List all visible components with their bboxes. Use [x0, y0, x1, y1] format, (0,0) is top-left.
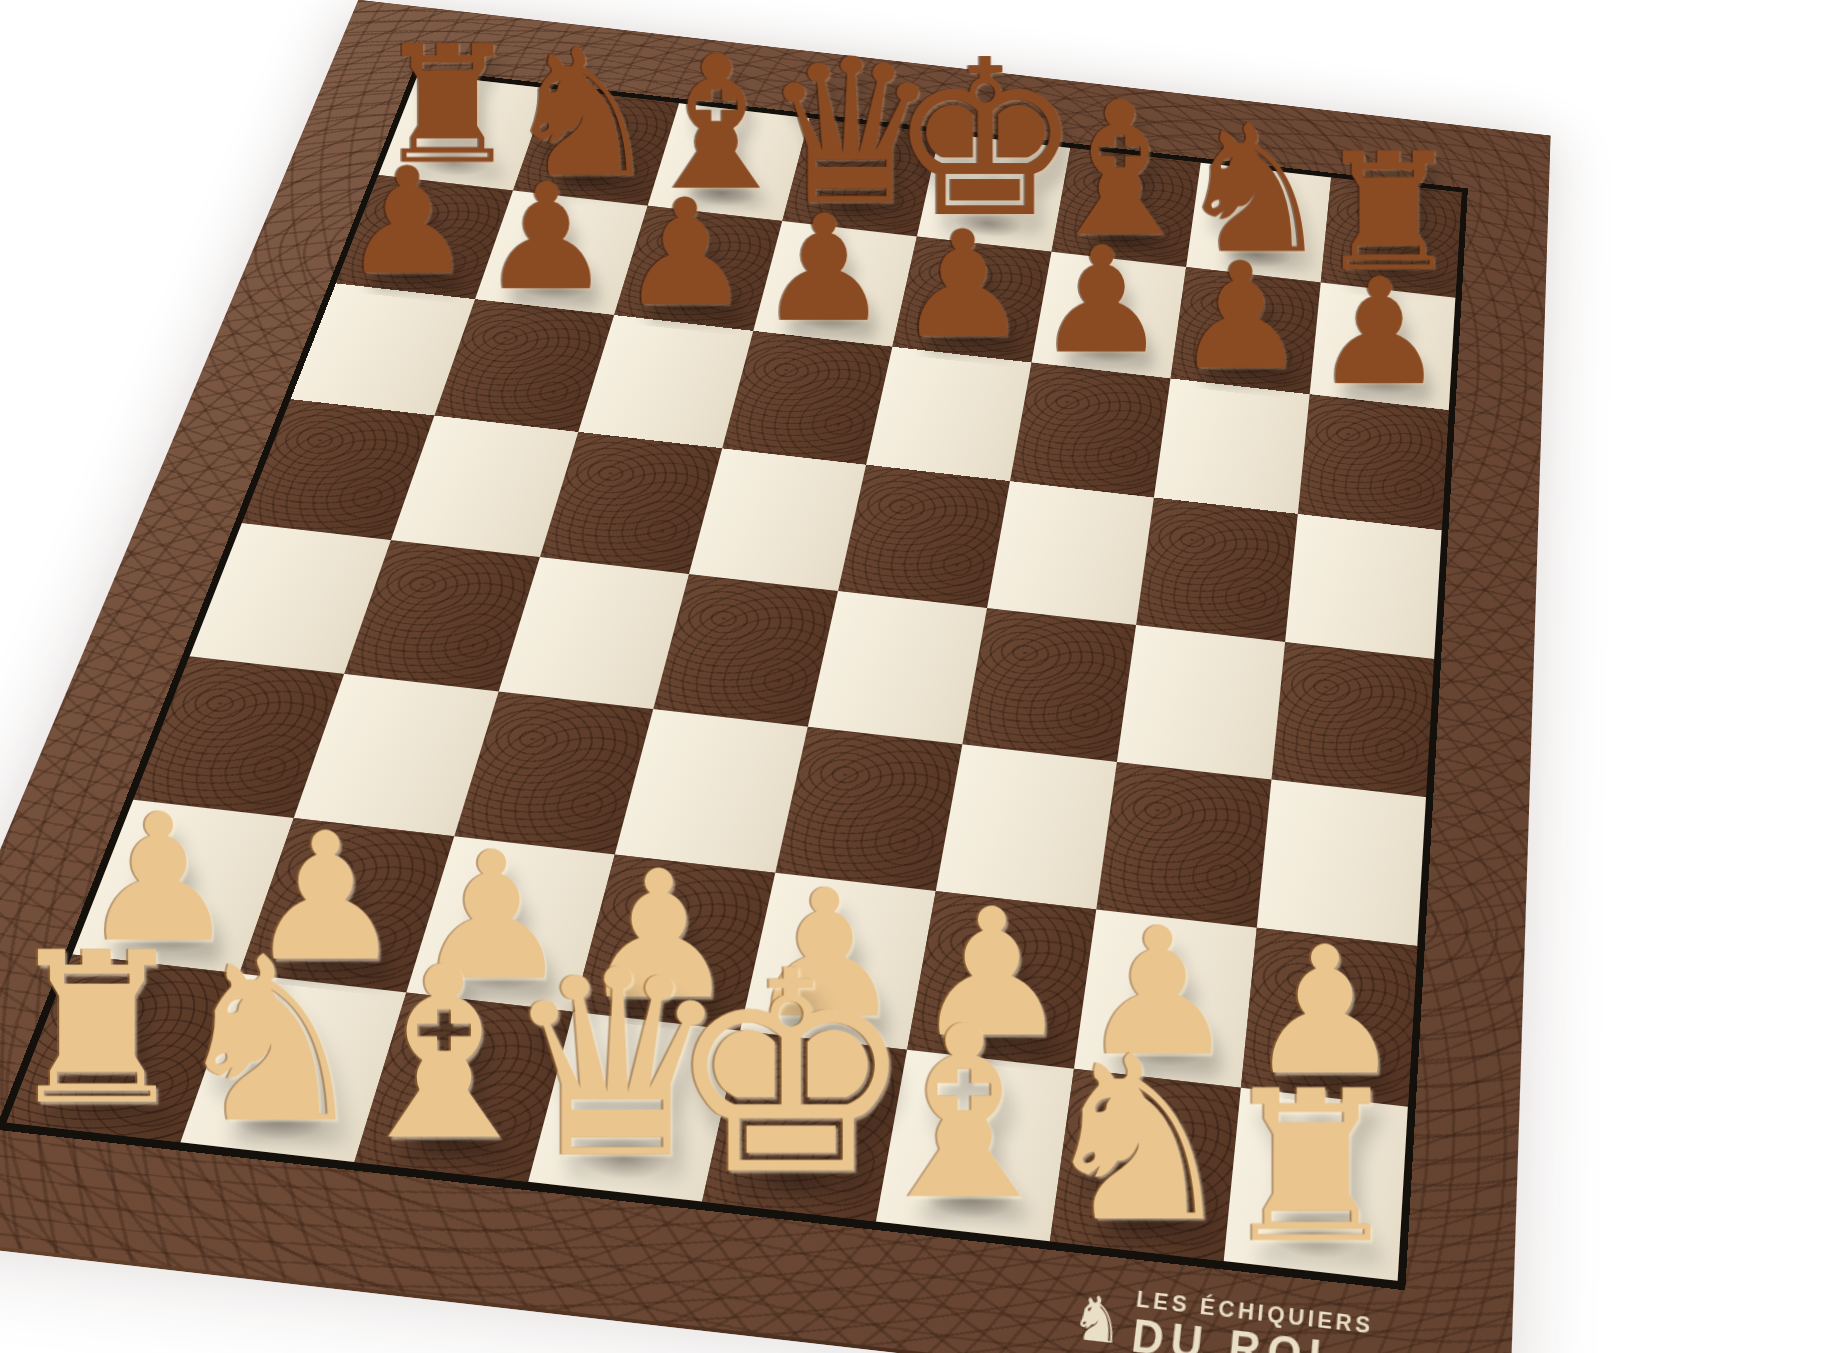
photo-scene: ♜♞♝♛♚♝♞♜♟♟♟♟♟♟♟♟♟♟♟♟♟♟♟♟♜♞♝♛♚♝♞♜ ♞ LES É… — [0, 0, 1826, 1353]
logo-text: LES ÉCHIQUIERS DU ROI — [1129, 1286, 1375, 1353]
white-knight-g1: ♞ — [1036, 1025, 1241, 1253]
square-g5 — [1136, 497, 1298, 641]
black-pawn-a7: ♟ — [342, 147, 474, 294]
black-pawn-f7: ♟ — [1036, 227, 1168, 374]
black-pawn-h7: ♟ — [1314, 258, 1446, 405]
photo-stage: ♜♞♝♛♚♝♞♜♟♟♟♟♟♟♟♟♟♟♟♟♟♟♟♟♜♞♝♛♚♝♞♜ ♞ LES É… — [0, 0, 1826, 1353]
square-d5 — [689, 448, 866, 591]
square-e5 — [838, 465, 1010, 608]
white-rook-a1: ♜ — [3, 925, 191, 1135]
square-f6 — [1010, 363, 1171, 498]
black-pawn-b7: ♟ — [481, 163, 613, 310]
square-d7: ♟ — [753, 221, 917, 347]
square-h7: ♟ — [1310, 282, 1456, 410]
square-g6 — [1154, 378, 1310, 513]
square-d6 — [722, 331, 892, 465]
square-g4 — [1117, 625, 1285, 780]
black-pawn-e7: ♟ — [897, 211, 1029, 358]
square-h5 — [1285, 514, 1442, 659]
black-pawn-g7: ♟ — [1175, 242, 1307, 389]
playing-area: ♜♞♝♛♚♝♞♜♟♟♟♟♟♟♟♟♟♟♟♟♟♟♟♟♜♞♝♛♚♝♞♜ — [0, 68, 1468, 1290]
brand-logo: ♞ LES ÉCHIQUIERS DU ROI — [1066, 1279, 1374, 1353]
knight-rider-logo-icon: ♞ — [1067, 1286, 1128, 1353]
white-rook-h1: ♜ — [1217, 1063, 1405, 1273]
square-h6 — [1298, 394, 1449, 530]
square-h4 — [1271, 642, 1434, 797]
square-a5 — [242, 399, 435, 540]
square-h1: ♜ — [1224, 1088, 1408, 1281]
chess-board: ♜♞♝♛♚♝♞♜♟♟♟♟♟♟♟♟♟♟♟♟♟♟♟♟♜♞♝♛♚♝♞♜ ♞ LES É… — [0, 0, 1551, 1353]
square-f5 — [987, 481, 1154, 625]
square-e4 — [808, 591, 987, 744]
black-pawn-c7: ♟ — [619, 179, 751, 326]
square-e7: ♟ — [892, 236, 1051, 362]
square-f4 — [962, 608, 1136, 762]
black-pawn-d7: ♟ — [758, 195, 890, 342]
square-f7: ♟ — [1031, 252, 1186, 379]
square-g1: ♞ — [1050, 1069, 1241, 1261]
square-g7: ♟ — [1171, 267, 1321, 394]
square-e6 — [866, 347, 1031, 481]
